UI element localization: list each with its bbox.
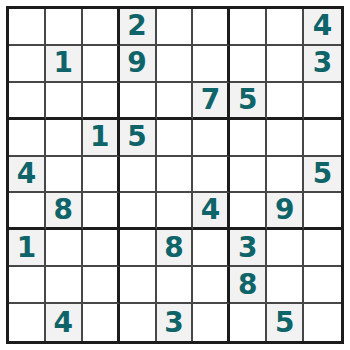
cell-r8c3[interactable] (83, 267, 120, 304)
cell-r7c5: 8 (157, 230, 194, 267)
sudoku-board: 241937515458491838435 (6, 6, 344, 344)
cell-r8c2[interactable] (46, 267, 83, 304)
cell-r9c2: 4 (46, 304, 83, 341)
cell-r1c3[interactable] (83, 9, 120, 46)
cell-r2c4: 9 (120, 46, 157, 83)
cell-r4c9[interactable] (304, 120, 341, 157)
cell-r4c3: 1 (83, 120, 120, 157)
cell-r6c4[interactable] (120, 193, 157, 230)
cell-r1c1[interactable] (9, 9, 46, 46)
cell-r3c8[interactable] (267, 83, 304, 120)
cell-r9c6[interactable] (193, 304, 230, 341)
cell-r7c6[interactable] (193, 230, 230, 267)
cell-r6c3[interactable] (83, 193, 120, 230)
cell-r8c8[interactable] (267, 267, 304, 304)
cell-r7c3[interactable] (83, 230, 120, 267)
cell-r8c1[interactable] (9, 267, 46, 304)
cell-r9c5: 3 (157, 304, 194, 341)
cell-r4c7[interactable] (230, 120, 267, 157)
cell-r2c8[interactable] (267, 46, 304, 83)
cell-r6c2: 8 (46, 193, 83, 230)
cell-r4c2[interactable] (46, 120, 83, 157)
cell-r5c6[interactable] (193, 157, 230, 194)
cell-r3c4[interactable] (120, 83, 157, 120)
cell-r4c5[interactable] (157, 120, 194, 157)
cell-r7c8[interactable] (267, 230, 304, 267)
cell-r8c5[interactable] (157, 267, 194, 304)
cell-r2c5[interactable] (157, 46, 194, 83)
cell-r3c5[interactable] (157, 83, 194, 120)
cell-r5c5[interactable] (157, 157, 194, 194)
cell-r5c2[interactable] (46, 157, 83, 194)
cell-r7c9[interactable] (304, 230, 341, 267)
cell-r3c7: 5 (230, 83, 267, 120)
cell-r6c1[interactable] (9, 193, 46, 230)
cell-r3c6: 7 (193, 83, 230, 120)
cell-r3c1[interactable] (9, 83, 46, 120)
cell-r1c9: 4 (304, 9, 341, 46)
cell-r2c2: 1 (46, 46, 83, 83)
cell-r8c6[interactable] (193, 267, 230, 304)
cell-r8c4[interactable] (120, 267, 157, 304)
cell-r7c2[interactable] (46, 230, 83, 267)
sudoku-page: 241937515458491838435 (0, 0, 350, 350)
cell-r8c7: 8 (230, 267, 267, 304)
cell-r7c4[interactable] (120, 230, 157, 267)
cell-r1c4: 2 (120, 9, 157, 46)
cell-r1c2[interactable] (46, 9, 83, 46)
cell-r2c6[interactable] (193, 46, 230, 83)
cell-r4c8[interactable] (267, 120, 304, 157)
cell-r6c7[interactable] (230, 193, 267, 230)
cell-r3c9[interactable] (304, 83, 341, 120)
cell-r9c1[interactable] (9, 304, 46, 341)
cell-r1c7[interactable] (230, 9, 267, 46)
cell-r6c5[interactable] (157, 193, 194, 230)
cell-r1c6[interactable] (193, 9, 230, 46)
cell-r4c4: 5 (120, 120, 157, 157)
cell-r2c7[interactable] (230, 46, 267, 83)
cell-r9c7[interactable] (230, 304, 267, 341)
cell-r6c6: 4 (193, 193, 230, 230)
cell-r7c7: 3 (230, 230, 267, 267)
cell-r2c1[interactable] (9, 46, 46, 83)
cell-r6c8: 9 (267, 193, 304, 230)
cell-r2c3[interactable] (83, 46, 120, 83)
cell-r1c5[interactable] (157, 9, 194, 46)
cell-r5c1: 4 (9, 157, 46, 194)
cell-r3c2[interactable] (46, 83, 83, 120)
cell-r9c9[interactable] (304, 304, 341, 341)
cell-r6c9[interactable] (304, 193, 341, 230)
cell-r5c8[interactable] (267, 157, 304, 194)
cell-r5c4[interactable] (120, 157, 157, 194)
cell-r8c9[interactable] (304, 267, 341, 304)
cell-r3c3[interactable] (83, 83, 120, 120)
cell-r2c9: 3 (304, 46, 341, 83)
cell-r5c7[interactable] (230, 157, 267, 194)
cell-r5c3[interactable] (83, 157, 120, 194)
cell-r9c8: 5 (267, 304, 304, 341)
cell-r4c1[interactable] (9, 120, 46, 157)
cell-r9c4[interactable] (120, 304, 157, 341)
cell-r9c3[interactable] (83, 304, 120, 341)
cell-r7c1: 1 (9, 230, 46, 267)
cell-r1c8[interactable] (267, 9, 304, 46)
cell-r4c6[interactable] (193, 120, 230, 157)
cell-r5c9: 5 (304, 157, 341, 194)
